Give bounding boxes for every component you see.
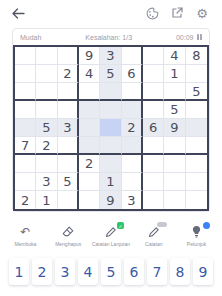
cell-r9c1[interactable]: 2 [15, 191, 36, 209]
numpad-key-3[interactable]: 3 [55, 258, 75, 285]
cell-r3c4[interactable] [79, 83, 100, 101]
cell-r6c8[interactable] [164, 137, 185, 155]
cell-r4c2[interactable] [36, 101, 57, 119]
cell-r4c6[interactable] [122, 101, 143, 119]
cell-r5c2[interactable]: 5 [36, 119, 57, 137]
cell-r2c4[interactable]: 4 [79, 65, 100, 83]
cell-r8c9[interactable] [186, 173, 207, 191]
cell-r4c5[interactable] [100, 101, 121, 119]
cell-r1c6[interactable] [122, 47, 143, 65]
cell-r9c2[interactable]: 1 [36, 191, 57, 209]
cell-r8c8[interactable] [164, 173, 185, 191]
cell-r5c9[interactable] [186, 119, 207, 137]
cell-r3c3[interactable] [58, 83, 79, 101]
cell-r7c6[interactable] [122, 155, 143, 173]
undo-icon: ↶ [20, 226, 30, 238]
cell-r2c8[interactable]: 1 [164, 65, 185, 83]
cell-r9c3[interactable] [58, 191, 79, 209]
bulb-icon [191, 225, 202, 238]
cell-r6c6[interactable] [122, 137, 143, 155]
cell-r4c7[interactable] [143, 101, 164, 119]
cell-r4c4[interactable] [79, 101, 100, 119]
cell-r5c8[interactable]: 9 [164, 119, 185, 137]
open-in-new-icon [171, 7, 183, 19]
cell-r7c1[interactable] [15, 155, 36, 173]
cell-r9c6[interactable]: 3 [122, 191, 143, 209]
hint-count-badge [203, 222, 210, 229]
cell-r3c1[interactable] [15, 83, 36, 101]
cell-r2c1[interactable] [15, 65, 36, 83]
numpad-key-7[interactable]: 7 [147, 258, 167, 285]
cell-r6c1[interactable]: 7 [15, 137, 36, 155]
cell-r8c2[interactable]: 3 [36, 173, 57, 191]
pencil-icon [148, 226, 160, 238]
cell-r7c3[interactable] [58, 155, 79, 173]
undo-button[interactable]: ↶ Membuka [4, 225, 47, 247]
sudoku-board: 93482456155532697223512193 [13, 45, 209, 211]
cell-r5c6[interactable]: 2 [122, 119, 143, 137]
eraser-icon [62, 226, 74, 238]
cell-r7c7[interactable] [143, 155, 164, 173]
cell-r7c9[interactable] [186, 155, 207, 173]
numpad-key-5[interactable]: 5 [101, 258, 121, 285]
cell-r1c9[interactable]: 8 [186, 47, 207, 65]
cell-r1c3[interactable] [58, 47, 79, 65]
cell-r9c9[interactable] [186, 191, 207, 209]
cell-r8c3[interactable]: 5 [58, 173, 79, 191]
toolbar: ↶ Membuka Menghapus ✓ Catatan Lanjutan C… [4, 225, 218, 247]
hint-button[interactable]: Petunjuk [175, 225, 218, 247]
cell-r7c5[interactable] [100, 155, 121, 173]
back-arrow-icon [12, 8, 25, 19]
pencil-icon [105, 226, 117, 238]
cell-r3c7[interactable] [143, 83, 164, 101]
cell-r5c7[interactable]: 6 [143, 119, 164, 137]
cell-r1c2[interactable] [36, 47, 57, 65]
cell-r5c1[interactable] [15, 119, 36, 137]
cell-r9c8[interactable] [164, 191, 185, 209]
cell-r2c9[interactable] [186, 65, 207, 83]
check-badge: ✓ [117, 222, 124, 229]
difficulty-label: Mudah [20, 34, 41, 41]
cell-r3c6[interactable] [122, 83, 143, 101]
smart-notes-label: Catatan Lanjutan [92, 241, 130, 247]
erase-button[interactable]: Menghapus [47, 225, 90, 247]
cell-r1c5[interactable]: 3 [100, 47, 121, 65]
share-button[interactable] [169, 5, 185, 21]
cell-r2c6[interactable]: 6 [122, 65, 143, 83]
theme-palette-button[interactable] [144, 5, 160, 21]
numpad-key-2[interactable]: 2 [32, 258, 52, 285]
app-bar: ⚙ [0, 0, 222, 26]
cell-r8c4[interactable] [79, 173, 100, 191]
numpad-key-4[interactable]: 4 [78, 258, 98, 285]
board-card: Mudah Kesalahan: 1/3 00:09 9348245615553… [12, 28, 210, 212]
notes-off-badge [157, 222, 167, 227]
cell-r7c2[interactable] [36, 155, 57, 173]
cell-r4c8[interactable]: 5 [164, 101, 185, 119]
cell-r1c1[interactable] [15, 47, 36, 65]
cell-r1c7[interactable] [143, 47, 164, 65]
cell-r7c4[interactable]: 2 [79, 155, 100, 173]
cell-r6c2[interactable]: 2 [36, 137, 57, 155]
hint-label: Petunjuk [187, 241, 206, 247]
mistakes-label: Kesalahan: 1/3 [41, 34, 176, 41]
cell-r3c8[interactable] [164, 83, 185, 101]
cell-r2c3[interactable]: 2 [58, 65, 79, 83]
back-button[interactable] [12, 5, 28, 21]
cell-r5c4[interactable] [79, 119, 100, 137]
gear-icon: ⚙ [196, 7, 208, 20]
numpad-key-9[interactable]: 9 [193, 258, 213, 285]
cell-r2c2[interactable] [36, 65, 57, 83]
cell-r3c2[interactable] [36, 83, 57, 101]
cell-r3c9[interactable]: 5 [186, 83, 207, 101]
cell-r8c5[interactable]: 1 [100, 173, 121, 191]
notes-label: Catatan [145, 241, 163, 247]
cell-r9c4[interactable] [79, 191, 100, 209]
cell-r8c7[interactable] [143, 173, 164, 191]
cell-r6c9[interactable] [186, 137, 207, 155]
palette-icon [146, 7, 159, 20]
numpad-key-8[interactable]: 8 [170, 258, 190, 285]
cell-r6c3[interactable] [58, 137, 79, 155]
cell-r3c5[interactable] [100, 83, 121, 101]
cell-r4c1[interactable] [15, 101, 36, 119]
erase-label: Menghapus [55, 241, 81, 247]
cell-r6c4[interactable] [79, 137, 100, 155]
cell-r1c4[interactable]: 9 [79, 47, 100, 65]
cell-r8c6[interactable] [122, 173, 143, 191]
undo-label: Membuka [14, 241, 36, 247]
cell-r7c8[interactable] [164, 155, 185, 173]
cell-r9c5[interactable]: 9 [100, 191, 121, 209]
numpad-key-6[interactable]: 6 [124, 258, 144, 285]
number-pad: 123456789 [0, 258, 222, 285]
timer-label: 00:09 [176, 34, 194, 41]
cell-r8c1[interactable] [15, 173, 36, 191]
cell-r6c7[interactable] [143, 137, 164, 155]
cell-r6c5[interactable] [100, 137, 121, 155]
cell-r5c3[interactable]: 3 [58, 119, 79, 137]
cell-r4c9[interactable] [186, 101, 207, 119]
smart-notes-button[interactable]: ✓ Catatan Lanjutan [90, 225, 133, 247]
cell-r1c8[interactable]: 4 [164, 47, 185, 65]
cell-r5c5[interactable] [100, 119, 121, 137]
status-bar: Mudah Kesalahan: 1/3 00:09 [13, 29, 209, 45]
numpad-key-1[interactable]: 1 [9, 258, 29, 285]
cell-r2c5[interactable]: 5 [100, 65, 121, 83]
settings-button[interactable]: ⚙ [194, 5, 210, 21]
cell-r2c7[interactable] [143, 65, 164, 83]
pause-button[interactable] [197, 34, 203, 40]
cell-r9c7[interactable] [143, 191, 164, 209]
cell-r4c3[interactable] [58, 101, 79, 119]
notes-button[interactable]: Catatan [132, 225, 175, 247]
